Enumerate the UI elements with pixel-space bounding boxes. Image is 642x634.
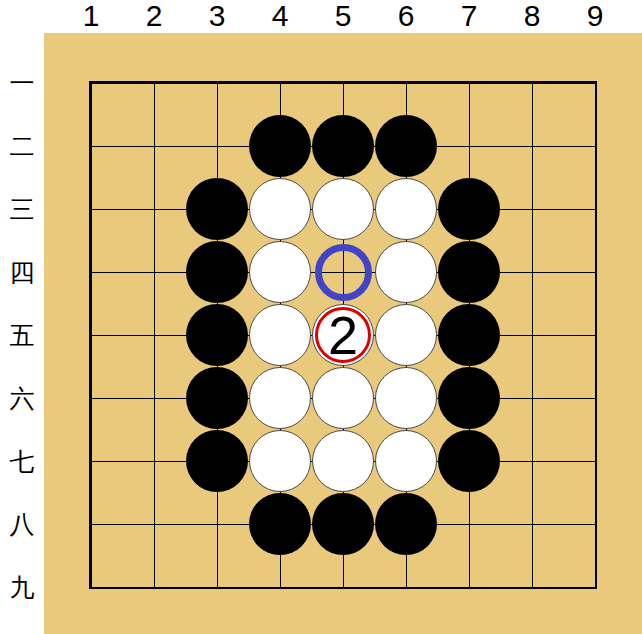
white-stone: [375, 178, 437, 240]
white-stone: [375, 304, 437, 366]
row-label-7: 七: [0, 445, 44, 477]
intersection[interactable]: [186, 556, 249, 619]
intersection[interactable]: [249, 367, 312, 430]
white-stone-move-2: 2: [312, 304, 374, 366]
intersection[interactable]: [438, 115, 501, 178]
intersection[interactable]: [564, 304, 627, 367]
intersection[interactable]: [123, 493, 186, 556]
black-stone: [312, 115, 374, 177]
row-label-5: 五: [0, 319, 44, 351]
intersection[interactable]: [249, 52, 312, 115]
row-label-1: 一: [0, 67, 44, 99]
black-stone: [186, 304, 248, 366]
intersection[interactable]: [123, 115, 186, 178]
intersection[interactable]: [60, 115, 123, 178]
intersection[interactable]: [438, 304, 501, 367]
intersection[interactable]: [60, 556, 123, 619]
intersection[interactable]: [249, 178, 312, 241]
intersection[interactable]: [438, 178, 501, 241]
black-stone: [186, 178, 248, 240]
intersection[interactable]: [501, 556, 564, 619]
intersection[interactable]: [249, 430, 312, 493]
intersection[interactable]: [564, 556, 627, 619]
white-stone: [249, 430, 311, 492]
white-stone: [375, 430, 437, 492]
white-stone: [312, 178, 374, 240]
go-problem-diagram: 2 123456789 一二三四五六七八九: [0, 0, 642, 634]
blue-circle-marker: [315, 244, 372, 301]
board-intersections: 2: [60, 52, 627, 619]
intersection[interactable]: [123, 52, 186, 115]
white-stone: [249, 178, 311, 240]
intersection[interactable]: [375, 52, 438, 115]
intersection[interactable]: [312, 52, 375, 115]
intersection[interactable]: [438, 430, 501, 493]
intersection[interactable]: [438, 241, 501, 304]
white-stone: [249, 367, 311, 429]
black-stone: [186, 241, 248, 303]
intersection[interactable]: [123, 178, 186, 241]
intersection[interactable]: [501, 493, 564, 556]
intersection[interactable]: [60, 52, 123, 115]
column-label-3: 3: [186, 0, 249, 32]
intersection[interactable]: [186, 304, 249, 367]
intersection[interactable]: [501, 367, 564, 430]
intersection[interactable]: [375, 115, 438, 178]
move-number: 2: [328, 308, 358, 362]
intersection[interactable]: [564, 178, 627, 241]
black-stone: [438, 367, 500, 429]
white-stone: [312, 430, 374, 492]
black-stone: [186, 430, 248, 492]
goban: 2: [44, 33, 642, 634]
intersection[interactable]: [249, 115, 312, 178]
intersection[interactable]: [249, 493, 312, 556]
intersection[interactable]: [123, 367, 186, 430]
intersection[interactable]: [375, 367, 438, 430]
intersection[interactable]: [60, 241, 123, 304]
intersection[interactable]: [375, 556, 438, 619]
intersection[interactable]: [312, 178, 375, 241]
intersection[interactable]: [501, 115, 564, 178]
white-stone: [375, 367, 437, 429]
intersection[interactable]: [564, 52, 627, 115]
intersection[interactable]: [312, 115, 375, 178]
black-stone: [249, 493, 311, 555]
intersection[interactable]: [564, 367, 627, 430]
intersection[interactable]: [438, 367, 501, 430]
intersection[interactable]: [123, 430, 186, 493]
black-stone: [438, 304, 500, 366]
intersection[interactable]: [312, 430, 375, 493]
intersection[interactable]: [564, 430, 627, 493]
black-stone: [186, 367, 248, 429]
intersection[interactable]: [60, 178, 123, 241]
row-label-3: 三: [0, 193, 44, 225]
intersection[interactable]: [564, 241, 627, 304]
intersection[interactable]: [375, 493, 438, 556]
intersection[interactable]: [186, 367, 249, 430]
white-stone: [312, 367, 374, 429]
intersection[interactable]: [186, 430, 249, 493]
intersection[interactable]: [312, 241, 375, 304]
intersection[interactable]: [501, 241, 564, 304]
black-stone: [438, 178, 500, 240]
intersection[interactable]: [312, 493, 375, 556]
intersection[interactable]: [249, 304, 312, 367]
intersection[interactable]: [186, 115, 249, 178]
black-stone: [375, 115, 437, 177]
white-stone: [249, 304, 311, 366]
row-label-8: 八: [0, 508, 44, 540]
intersection[interactable]: [312, 367, 375, 430]
intersection[interactable]: [375, 430, 438, 493]
intersection[interactable]: [186, 241, 249, 304]
intersection[interactable]: [564, 493, 627, 556]
intersection[interactable]: [501, 430, 564, 493]
intersection[interactable]: [375, 178, 438, 241]
intersection[interactable]: [249, 241, 312, 304]
intersection[interactable]: [123, 304, 186, 367]
intersection[interactable]: [123, 556, 186, 619]
intersection[interactable]: [501, 304, 564, 367]
row-label-6: 六: [0, 382, 44, 414]
row-label-9: 九: [0, 571, 44, 603]
intersection[interactable]: [438, 556, 501, 619]
column-label-6: 6: [375, 0, 438, 32]
column-label-1: 1: [60, 0, 123, 32]
intersection[interactable]: [501, 178, 564, 241]
intersection[interactable]: [438, 493, 501, 556]
row-label-2: 二: [0, 130, 44, 162]
intersection[interactable]: [60, 493, 123, 556]
intersection[interactable]: [186, 52, 249, 115]
intersection[interactable]: [60, 367, 123, 430]
column-label-9: 9: [564, 0, 627, 32]
intersection[interactable]: [375, 241, 438, 304]
intersection[interactable]: [123, 241, 186, 304]
intersection[interactable]: [312, 556, 375, 619]
black-stone: [375, 493, 437, 555]
column-label-5: 5: [312, 0, 375, 32]
intersection[interactable]: [375, 304, 438, 367]
intersection[interactable]: [60, 304, 123, 367]
column-label-8: 8: [501, 0, 564, 32]
black-stone: [249, 115, 311, 177]
intersection[interactable]: 2: [312, 304, 375, 367]
white-stone: [375, 241, 437, 303]
intersection[interactable]: [186, 493, 249, 556]
intersection[interactable]: [249, 556, 312, 619]
black-stone: [438, 430, 500, 492]
intersection[interactable]: [186, 178, 249, 241]
black-stone: [312, 493, 374, 555]
column-label-7: 7: [438, 0, 501, 32]
black-stone: [438, 241, 500, 303]
intersection[interactable]: [564, 115, 627, 178]
intersection[interactable]: [60, 430, 123, 493]
row-label-4: 四: [0, 256, 44, 288]
intersection[interactable]: [501, 52, 564, 115]
column-label-2: 2: [123, 0, 186, 32]
column-label-4: 4: [249, 0, 312, 32]
intersection[interactable]: [438, 52, 501, 115]
white-stone: [249, 241, 311, 303]
